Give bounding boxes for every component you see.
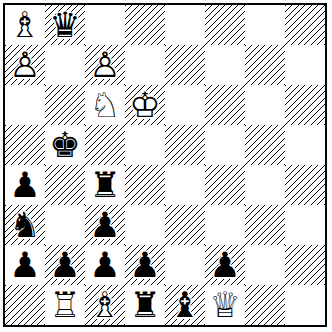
black-pawn: ♟♟ — [125, 245, 165, 285]
piece-glyph: ♟ — [85, 245, 125, 285]
square-g4[interactable] — [245, 165, 285, 205]
square-d3[interactable] — [125, 205, 165, 245]
square-a8[interactable]: ♝♗ — [5, 5, 45, 45]
square-d5[interactable] — [125, 125, 165, 165]
square-g3[interactable] — [245, 205, 285, 245]
square-e2[interactable] — [165, 245, 205, 285]
square-e4[interactable] — [165, 165, 205, 205]
square-a3[interactable]: ♞♞ — [5, 205, 45, 245]
square-d6[interactable]: ♚♔ — [125, 85, 165, 125]
square-g7[interactable] — [245, 45, 285, 85]
square-b4[interactable] — [45, 165, 85, 205]
white-bishop: ♝♗ — [5, 5, 45, 45]
square-h2[interactable] — [285, 245, 325, 285]
black-rook: ♜♜ — [125, 285, 165, 325]
square-a7[interactable]: ♟♙ — [5, 45, 45, 85]
square-e1[interactable]: ♝♝ — [165, 285, 205, 325]
square-e6[interactable] — [165, 85, 205, 125]
black-pawn: ♟♟ — [85, 205, 125, 245]
black-king: ♚♚ — [45, 125, 85, 165]
square-e3[interactable] — [165, 205, 205, 245]
piece-glyph: ♖ — [45, 285, 85, 325]
square-g2[interactable] — [245, 245, 285, 285]
square-b6[interactable] — [45, 85, 85, 125]
piece-glyph: ♝ — [165, 285, 205, 325]
black-pawn: ♟♟ — [45, 245, 85, 285]
square-b2[interactable]: ♟♟ — [45, 245, 85, 285]
black-pawn: ♟♟ — [5, 165, 45, 205]
square-e5[interactable] — [165, 125, 205, 165]
square-c2[interactable]: ♟♟ — [85, 245, 125, 285]
square-g8[interactable] — [245, 5, 285, 45]
square-c4[interactable]: ♜♜ — [85, 165, 125, 205]
square-d4[interactable] — [125, 165, 165, 205]
piece-glyph: ♙ — [85, 45, 125, 85]
square-a1[interactable] — [5, 285, 45, 325]
piece-glyph: ♙ — [5, 45, 45, 85]
square-c7[interactable]: ♟♙ — [85, 45, 125, 85]
square-h8[interactable] — [285, 5, 325, 45]
square-a5[interactable] — [5, 125, 45, 165]
black-queen: ♛♛ — [45, 5, 85, 45]
square-c8[interactable] — [85, 5, 125, 45]
square-a6[interactable] — [5, 85, 45, 125]
square-g5[interactable] — [245, 125, 285, 165]
black-pawn: ♟♟ — [205, 245, 245, 285]
piece-glyph: ♚ — [45, 125, 85, 165]
square-b3[interactable] — [45, 205, 85, 245]
white-rook: ♜♖ — [45, 285, 85, 325]
white-bishop: ♝♗ — [85, 285, 125, 325]
piece-glyph: ♛ — [45, 5, 85, 45]
square-c3[interactable]: ♟♟ — [85, 205, 125, 245]
piece-glyph: ♗ — [5, 5, 45, 45]
chess-board: ♝♗♛♛♟♙♟♙♞♘♚♔♚♚♟♟♜♜♞♞♟♟♟♟♟♟♟♟♟♟♟♟♜♖♝♗♜♜♝♝… — [3, 3, 327, 327]
black-pawn: ♟♟ — [5, 245, 45, 285]
square-f2[interactable]: ♟♟ — [205, 245, 245, 285]
square-h1[interactable] — [285, 285, 325, 325]
piece-glyph: ♟ — [5, 165, 45, 205]
square-d1[interactable]: ♜♜ — [125, 285, 165, 325]
black-rook: ♜♜ — [85, 165, 125, 205]
white-pawn: ♟♙ — [5, 45, 45, 85]
square-h5[interactable] — [285, 125, 325, 165]
square-c6[interactable]: ♞♘ — [85, 85, 125, 125]
square-d7[interactable] — [125, 45, 165, 85]
square-h6[interactable] — [285, 85, 325, 125]
piece-glyph: ♟ — [45, 245, 85, 285]
square-f7[interactable] — [205, 45, 245, 85]
square-f1[interactable]: ♛♕ — [205, 285, 245, 325]
black-pawn: ♟♟ — [85, 245, 125, 285]
white-king: ♚♔ — [125, 85, 165, 125]
piece-glyph: ♟ — [125, 245, 165, 285]
piece-glyph: ♗ — [85, 285, 125, 325]
square-c1[interactable]: ♝♗ — [85, 285, 125, 325]
square-h4[interactable] — [285, 165, 325, 205]
square-b8[interactable]: ♛♛ — [45, 5, 85, 45]
square-b7[interactable] — [45, 45, 85, 85]
piece-glyph: ♞ — [5, 205, 45, 245]
piece-glyph: ♜ — [125, 285, 165, 325]
black-bishop: ♝♝ — [165, 285, 205, 325]
piece-glyph: ♘ — [85, 85, 125, 125]
square-b5[interactable]: ♚♚ — [45, 125, 85, 165]
square-e7[interactable] — [165, 45, 205, 85]
square-c5[interactable] — [85, 125, 125, 165]
square-h7[interactable] — [285, 45, 325, 85]
square-d8[interactable] — [125, 5, 165, 45]
black-knight: ♞♞ — [5, 205, 45, 245]
square-d2[interactable]: ♟♟ — [125, 245, 165, 285]
piece-glyph: ♟ — [5, 245, 45, 285]
piece-glyph: ♕ — [205, 285, 245, 325]
piece-glyph: ♟ — [85, 205, 125, 245]
square-g6[interactable] — [245, 85, 285, 125]
square-b1[interactable]: ♜♖ — [45, 285, 85, 325]
white-queen: ♛♕ — [205, 285, 245, 325]
square-a2[interactable]: ♟♟ — [5, 245, 45, 285]
piece-glyph: ♟ — [205, 245, 245, 285]
square-f4[interactable] — [205, 165, 245, 205]
square-f5[interactable] — [205, 125, 245, 165]
square-a4[interactable]: ♟♟ — [5, 165, 45, 205]
chess-diagram: ♝♗♛♛♟♙♟♙♞♘♚♔♚♚♟♟♜♜♞♞♟♟♟♟♟♟♟♟♟♟♟♟♜♖♝♗♜♜♝♝… — [0, 0, 332, 332]
piece-glyph: ♜ — [85, 165, 125, 205]
square-f8[interactable] — [205, 5, 245, 45]
square-f6[interactable] — [205, 85, 245, 125]
white-knight: ♞♘ — [85, 85, 125, 125]
square-g1[interactable] — [245, 285, 285, 325]
square-e8[interactable] — [165, 5, 205, 45]
piece-glyph: ♔ — [125, 85, 165, 125]
white-pawn: ♟♙ — [85, 45, 125, 85]
square-f3[interactable] — [205, 205, 245, 245]
square-h3[interactable] — [285, 205, 325, 245]
